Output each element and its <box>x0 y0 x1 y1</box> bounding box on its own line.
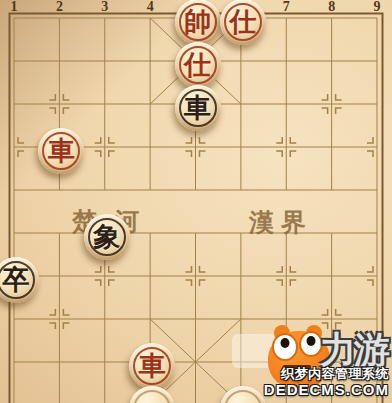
piece-black-chariot[interactable]: 車 <box>175 85 221 131</box>
watermark-domain-text: DEDECMS.COM <box>264 381 389 398</box>
piece-character: 卒 <box>3 267 30 294</box>
piece-red-advisor[interactable]: 仕 <box>175 42 221 88</box>
piece-black-elephant[interactable]: 象 <box>84 214 130 260</box>
column-label-8: 8 <box>321 0 343 15</box>
piece-character: 車 <box>139 353 166 380</box>
column-label-2: 2 <box>48 0 70 15</box>
watermark-logo-text: 力游 <box>320 332 388 368</box>
column-label-1: 1 <box>3 0 25 15</box>
piece-character: 仕 <box>229 9 256 36</box>
piece-character: 車 <box>48 138 75 165</box>
piece-red-advisor[interactable]: 仕 <box>220 0 266 45</box>
piece-red-chariot[interactable]: 車 <box>38 128 84 174</box>
mascot-eye-icon <box>272 333 298 361</box>
river-label-right: 漢界 <box>249 210 313 235</box>
column-label-3: 3 <box>94 0 116 15</box>
piece-character: 車 <box>184 95 211 122</box>
piece-character: 仕 <box>184 52 211 79</box>
piece-red-chariot[interactable]: 車 <box>129 343 175 389</box>
column-label-9: 9 <box>366 0 388 15</box>
column-label-7: 7 <box>275 0 297 15</box>
xiangqi-board: 123456789 楚河 漢界 帥仕仕車車象卒車 力游 织梦内容管理系统 DED… <box>0 0 392 403</box>
piece-character: 象 <box>93 224 120 251</box>
piece-character: 帥 <box>184 9 211 36</box>
piece-red-general[interactable]: 帥 <box>175 0 221 45</box>
column-label-4: 4 <box>139 0 161 15</box>
